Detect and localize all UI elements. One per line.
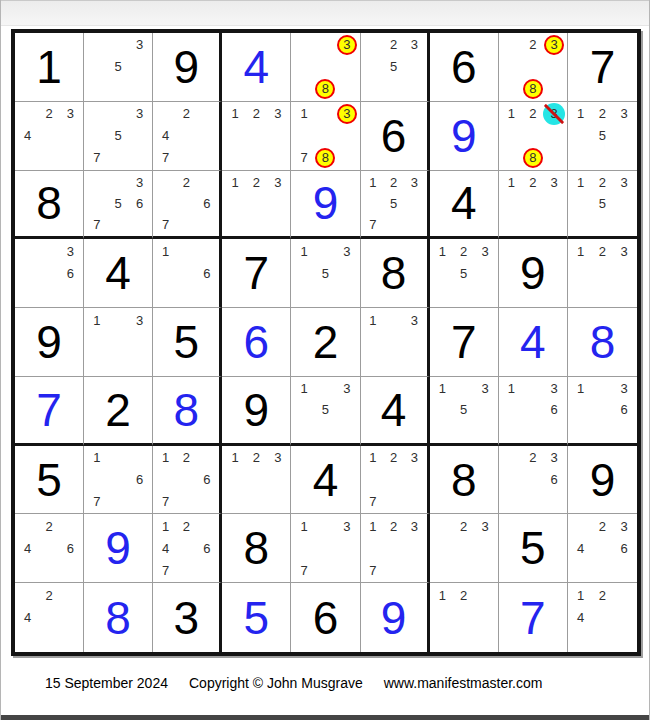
candidate-3: 3 (343, 107, 350, 120)
candidate-pos-6 (129, 125, 150, 147)
candidate-pos-6 (336, 262, 357, 284)
cell-r6c5[interactable]: 135 (291, 377, 360, 446)
candidate-grid: 357 (84, 102, 152, 170)
candidate-pos-2: 2 (522, 447, 543, 469)
candidate-2: 2 (529, 176, 536, 189)
cell-r8c7[interactable]: 23 (430, 514, 499, 583)
candidate-pos-7: 7 (86, 147, 107, 169)
cell-r5c6[interactable]: 13 (361, 308, 430, 377)
candidate-pos-3 (197, 172, 218, 193)
window-bottom-edge (1, 715, 649, 720)
candidate-pos-1 (155, 172, 176, 193)
cell-r8c4[interactable]: 8 (222, 514, 291, 583)
candidate-7: 7 (93, 495, 100, 508)
candidate-grid: 235 (361, 33, 427, 101)
candidate-pos-2: 2 (453, 515, 474, 537)
cell-r1c6[interactable]: 235 (361, 33, 430, 102)
candidate-3: 3 (136, 176, 143, 189)
candidate-pos-4 (363, 469, 384, 491)
candidate-pos-6: 6 (197, 469, 218, 491)
cell-r7c3[interactable]: 1267 (153, 446, 222, 515)
candidate-pos-5 (592, 399, 614, 420)
cell-r4c7[interactable]: 1235 (430, 239, 499, 308)
cell-r9c3[interactable]: 3 (153, 583, 222, 652)
candidate-pos-2 (453, 378, 474, 399)
candidate-pos-8 (246, 214, 267, 235)
cell-r7c4[interactable]: 123 (222, 446, 291, 515)
candidate-pos-2: 2 (176, 515, 197, 537)
candidate-3: 3 (343, 520, 350, 533)
cell-r2c6[interactable]: 6 (361, 102, 430, 171)
candidate-pos-6 (474, 399, 495, 420)
cell-r8c8[interactable]: 5 (499, 514, 568, 583)
candidate-pos-5 (522, 193, 543, 214)
candidate-pos-7 (293, 420, 314, 441)
candidate-grid: 267 (153, 171, 219, 237)
cell-r4c6[interactable]: 8 (361, 239, 430, 308)
cell-r8c1[interactable]: 246 (15, 514, 84, 583)
candidate-pos-5: 5 (453, 262, 474, 284)
candidate-pos-4 (155, 193, 176, 214)
candidate-pos-8 (38, 284, 59, 306)
candidate-7: 7 (301, 564, 308, 577)
candidate-pos-1: 1 (501, 103, 522, 125)
candidate-pos-9 (129, 214, 150, 235)
candidate-grid: 13 (84, 308, 152, 376)
given-digit: 6 (313, 595, 339, 641)
candidate-6: 6 (67, 542, 74, 555)
solved-digit: 9 (313, 180, 339, 226)
candidate-pos-4: 4 (155, 125, 176, 147)
candidate-pos-4 (501, 469, 522, 491)
candidate-grid: 123 (222, 102, 290, 170)
candidate-pos-8 (592, 214, 614, 235)
candidate-pos-6: 6 (129, 469, 150, 491)
cell-r5c1[interactable]: 9 (15, 308, 84, 377)
candidate-pos-4 (86, 56, 107, 78)
solved-digit: 8 (173, 387, 199, 433)
candidate-grid: 135 (291, 377, 359, 443)
candidate-pos-5 (522, 125, 543, 147)
candidate-pos-3 (197, 447, 218, 469)
candidate-pos-9 (404, 559, 425, 581)
candidate-pos-6: 6 (544, 399, 565, 420)
candidate-pos-6 (267, 469, 288, 491)
candidate-grid: 23 (430, 514, 498, 582)
candidate-pos-8 (176, 559, 197, 581)
candidate-pos-3: 3 (544, 172, 565, 193)
candidate-pos-2: 2 (176, 103, 197, 125)
candidate-1: 1 (508, 107, 515, 120)
candidate-pos-8 (592, 559, 614, 581)
candidate-2: 2 (599, 589, 606, 602)
candidate-1: 1 (93, 451, 100, 464)
given-digit: 5 (36, 457, 62, 503)
footer: 15 September 2024Copyright © John Musgra… (45, 675, 563, 691)
given-digit: 6 (381, 113, 407, 159)
candidate-pos-6: 6 (613, 537, 635, 559)
candidate-pos-1 (570, 515, 592, 537)
given-digit: 9 (244, 387, 270, 433)
candidate-pos-8 (592, 420, 614, 441)
candidate-grid: 1235 (568, 171, 637, 237)
candidate-grid: 1267 (153, 446, 219, 514)
cell-r4c2[interactable]: 4 (84, 239, 153, 308)
candidate-grid: 12357 (361, 171, 427, 237)
candidate-pos-3: 3 (267, 103, 288, 125)
candidate-3: 3 (136, 38, 143, 51)
cell-r6c9[interactable]: 136 (568, 377, 637, 446)
candidate-3: 3 (274, 451, 281, 464)
cell-r1c7[interactable]: 6 (430, 33, 499, 102)
candidate-pos-6: 6 (60, 262, 81, 284)
cell-r3c6[interactable]: 12357 (361, 171, 430, 240)
candidate-grid: 38 (291, 33, 359, 101)
given-digit: 8 (381, 250, 407, 296)
cell-r1c1[interactable]: 1 (15, 33, 84, 102)
candidate-1: 1 (162, 520, 169, 533)
candidate-pos-8 (315, 284, 336, 306)
candidate-pos-9 (613, 629, 635, 651)
candidate-pos-9 (474, 284, 495, 306)
cell-r8c5[interactable]: 137 (291, 514, 360, 583)
candidate-1: 1 (231, 107, 238, 120)
candidate-grid: 135 (430, 377, 498, 443)
candidate-pos-2 (315, 240, 336, 262)
cell-r3c2[interactable]: 3567 (84, 171, 153, 240)
candidate-grid: 167 (84, 446, 152, 514)
given-digit: 9 (590, 457, 616, 503)
candidate-pos-8 (176, 214, 197, 235)
cell-r7c5[interactable]: 4 (291, 446, 360, 515)
cell-r9c8[interactable]: 7 (499, 583, 568, 652)
candidate-pos-3: 3 (613, 172, 635, 193)
solved-digit: 5 (244, 595, 270, 641)
candidate-5: 5 (599, 129, 606, 142)
cell-r3c5[interactable]: 9 (291, 171, 360, 240)
candidate-pos-7 (86, 78, 107, 100)
footer-copyright: Copyright © John Musgrave (189, 675, 363, 691)
candidate-pos-8 (522, 420, 543, 441)
cell-r9c1[interactable]: 24 (15, 583, 84, 652)
candidate-grid: 35 (84, 33, 152, 101)
candidate-pos-3 (60, 584, 81, 606)
cell-r3c9[interactable]: 1235 (568, 171, 637, 240)
candidate-grid: 1237 (361, 446, 427, 514)
candidate-pos-2 (107, 447, 128, 469)
candidate-pos-9 (544, 491, 565, 513)
candidate-1: 1 (369, 451, 376, 464)
cell-r5c4[interactable]: 6 (222, 308, 291, 377)
solved-digit: 7 (520, 595, 546, 641)
cell-r3c3[interactable]: 267 (153, 171, 222, 240)
cell-r7c7[interactable]: 8 (430, 446, 499, 515)
candidate-3: 3 (411, 451, 418, 464)
cell-r8c3[interactable]: 12467 (153, 514, 222, 583)
cell-r8c2[interactable]: 9 (84, 514, 153, 583)
candidate-pos-4 (570, 125, 592, 147)
candidate-pos-5 (38, 262, 59, 284)
candidate-pos-6 (404, 56, 425, 78)
candidate-2: 2 (390, 38, 397, 51)
candidate-grid: 16 (153, 239, 219, 307)
candidate-pos-6 (404, 331, 425, 353)
cell-r9c9[interactable]: 124 (568, 583, 637, 652)
candidate-pos-1: 1 (501, 172, 522, 193)
candidate-8: 8 (322, 82, 329, 95)
candidate-pos-6 (613, 125, 635, 147)
candidate-pos-5 (176, 262, 197, 284)
cell-r8c9[interactable]: 2346 (568, 514, 637, 583)
candidate-pos-4: 4 (570, 537, 592, 559)
cell-r2c8[interactable]: 1238 (499, 102, 568, 171)
candidate-pos-1: 1 (224, 172, 245, 193)
cell-r6c7[interactable]: 135 (430, 377, 499, 446)
candidate-pos-7 (17, 284, 38, 306)
candidate-pos-6 (474, 262, 495, 284)
candidate-pos-7 (224, 491, 245, 513)
cell-r7c6[interactable]: 1237 (361, 446, 430, 515)
candidate-pos-8 (315, 559, 336, 581)
candidate-2: 2 (45, 589, 52, 602)
candidate-pos-2 (38, 240, 59, 262)
given-digit: 4 (105, 250, 131, 296)
candidate-2: 2 (45, 107, 52, 120)
cell-r4c4[interactable]: 7 (222, 239, 291, 308)
cell-r9c7[interactable]: 12 (430, 583, 499, 652)
candidate-2: 2 (183, 176, 190, 189)
cell-r5c8[interactable]: 4 (499, 308, 568, 377)
cell-r9c4[interactable]: 5 (222, 583, 291, 652)
candidate-pos-4 (501, 56, 522, 78)
candidate-pos-9 (613, 559, 635, 581)
candidate-grid: 123 (499, 171, 567, 237)
candidate-3: 3 (481, 520, 488, 533)
candidate-pos-2: 2 (246, 172, 267, 193)
candidate-pos-1 (17, 103, 38, 125)
candidate-1: 1 (301, 382, 308, 395)
candidate-pos-1: 1 (501, 378, 522, 399)
candidate-pos-3: 3 (474, 378, 495, 399)
candidate-pos-3 (197, 515, 218, 537)
candidate-4: 4 (24, 611, 31, 624)
candidate-2: 2 (529, 451, 536, 464)
cell-r3c4[interactable]: 123 (222, 171, 291, 240)
candidate-pos-8 (107, 353, 128, 375)
candidate-pos-7 (224, 147, 245, 169)
cell-r7c1[interactable]: 5 (15, 446, 84, 515)
candidate-grid: 3567 (84, 171, 152, 237)
candidate-2: 2 (390, 451, 397, 464)
candidate-pos-5 (38, 125, 59, 147)
footer-website-link[interactable]: www.manifestmaster.com (384, 675, 543, 691)
cell-r6c8[interactable]: 136 (499, 377, 568, 446)
candidate-pos-5 (315, 125, 336, 147)
candidate-2: 2 (183, 520, 190, 533)
candidate-pos-8 (38, 559, 59, 581)
cell-r1c2[interactable]: 35 (84, 33, 153, 102)
cell-r7c2[interactable]: 167 (84, 446, 153, 515)
candidate-grid: 1235 (568, 102, 637, 170)
candidate-pos-9 (129, 491, 150, 513)
candidate-pos-6 (267, 125, 288, 147)
cell-r4c8[interactable]: 9 (499, 239, 568, 308)
cell-r8c6[interactable]: 1237 (361, 514, 430, 583)
candidate-1: 1 (369, 176, 376, 189)
candidate-pos-4 (293, 399, 314, 420)
candidate-7: 7 (93, 218, 100, 231)
cell-r7c9[interactable]: 9 (568, 446, 637, 515)
candidate-pos-6 (60, 606, 81, 628)
candidate-pos-4 (432, 537, 453, 559)
candidate-pos-7 (501, 420, 522, 441)
candidate-grid: 137 (291, 514, 359, 582)
candidate-pos-2: 2 (38, 584, 59, 606)
candidate-1: 1 (301, 245, 308, 258)
candidate-1: 1 (369, 520, 376, 533)
candidate-3: 3 (67, 245, 74, 258)
candidate-pos-4 (501, 399, 522, 420)
candidate-grid: 234 (15, 102, 83, 170)
candidate-2: 2 (390, 520, 397, 533)
candidate-pos-9 (129, 147, 150, 169)
candidate-pos-5: 5 (592, 193, 614, 214)
cell-r2c7[interactable]: 9 (430, 102, 499, 171)
cell-r5c3[interactable]: 5 (153, 308, 222, 377)
cell-r4c5[interactable]: 135 (291, 239, 360, 308)
candidate-pos-8: 8 (522, 78, 543, 100)
candidate-grid: 123 (568, 239, 637, 307)
candidate-pos-7 (363, 78, 384, 100)
candidate-pos-1: 1 (224, 103, 245, 125)
candidate-pos-9 (267, 147, 288, 169)
cell-r6c2[interactable]: 2 (84, 377, 153, 446)
candidate-pos-1: 1 (570, 584, 592, 606)
candidate-5: 5 (599, 197, 606, 210)
candidate-pos-2 (315, 515, 336, 537)
cell-r5c9[interactable]: 8 (568, 308, 637, 377)
cell-r2c1[interactable]: 234 (15, 102, 84, 171)
candidate-6: 6 (67, 267, 74, 280)
candidate-pos-8 (453, 420, 474, 441)
candidate-pos-6 (336, 125, 357, 147)
candidate-pos-4 (570, 262, 592, 284)
cell-r2c5[interactable]: 1378 (291, 102, 360, 171)
candidate-pos-8 (176, 147, 197, 169)
cell-r6c4[interactable]: 9 (222, 377, 291, 446)
candidate-pos-7 (432, 284, 453, 306)
candidate-pos-6: 6 (197, 537, 218, 559)
cell-r1c3[interactable]: 9 (153, 33, 222, 102)
cell-r7c8[interactable]: 236 (499, 446, 568, 515)
cell-r3c8[interactable]: 123 (499, 171, 568, 240)
solved-digit: 9 (105, 525, 131, 571)
given-digit: 3 (173, 595, 199, 641)
cell-r2c3[interactable]: 247 (153, 102, 222, 171)
candidate-pos-6 (404, 193, 425, 214)
candidate-pos-4 (293, 262, 314, 284)
candidate-pos-5: 5 (107, 193, 128, 214)
cell-r1c9[interactable]: 7 (568, 33, 637, 102)
candidate-pos-9 (544, 214, 565, 235)
cell-r2c4[interactable]: 123 (222, 102, 291, 171)
cell-r2c2[interactable]: 357 (84, 102, 153, 171)
candidate-pos-7: 7 (155, 214, 176, 235)
candidate-1: 1 (301, 520, 308, 533)
candidate-grid: 236 (499, 446, 567, 514)
cell-r4c1[interactable]: 36 (15, 239, 84, 308)
candidate-5: 5 (115, 197, 122, 210)
candidate-pos-5 (246, 193, 267, 214)
candidate-3: 3 (621, 107, 628, 120)
candidate-pos-9 (474, 559, 495, 581)
cell-r1c4[interactable]: 4 (222, 33, 291, 102)
candidate-pos-3: 3 (544, 103, 565, 125)
candidate-7: 7 (162, 218, 169, 231)
cell-r5c5[interactable]: 2 (291, 308, 360, 377)
candidate-pos-7 (155, 284, 176, 306)
footer-date: 15 September 2024 (45, 675, 168, 691)
cell-r3c1[interactable]: 8 (15, 171, 84, 240)
candidate-grid: 136 (499, 377, 567, 443)
candidate-pos-8 (246, 147, 267, 169)
candidate-pos-3: 3 (544, 378, 565, 399)
candidate-grid: 246 (15, 514, 83, 582)
candidate-pos-3: 3 (544, 34, 565, 56)
candidate-pos-2: 2 (383, 34, 404, 56)
cell-r6c3[interactable]: 8 (153, 377, 222, 446)
cell-r9c2[interactable]: 8 (84, 583, 153, 652)
cell-r1c8[interactable]: 238 (499, 33, 568, 102)
candidate-pos-6 (267, 193, 288, 214)
cell-r1c5[interactable]: 38 (291, 33, 360, 102)
candidate-pos-3: 3 (129, 34, 150, 56)
candidate-pos-7 (363, 353, 384, 375)
candidate-3: 3 (343, 245, 350, 258)
candidate-pos-7 (17, 147, 38, 169)
cell-r9c6[interactable]: 9 (361, 583, 430, 652)
cell-r5c7[interactable]: 7 (430, 308, 499, 377)
solved-digit: 4 (520, 319, 546, 365)
candidate-6: 6 (203, 197, 210, 210)
cell-r6c1[interactable]: 7 (15, 377, 84, 446)
candidate-2: 2 (460, 589, 467, 602)
candidate-pos-2: 2 (176, 172, 197, 193)
cell-r4c3[interactable]: 16 (153, 239, 222, 308)
candidate-pos-4 (155, 262, 176, 284)
cell-r9c5[interactable]: 6 (291, 583, 360, 652)
candidate-pos-9 (197, 491, 218, 513)
candidate-pos-4 (86, 331, 107, 353)
candidate-pos-3: 3 (336, 515, 357, 537)
candidate-pos-2 (107, 34, 128, 56)
given-digit: 7 (451, 319, 477, 365)
candidate-1: 1 (439, 589, 446, 602)
candidate-3: 3 (343, 38, 350, 51)
cell-r3c7[interactable]: 4 (430, 171, 499, 240)
cell-r5c2[interactable]: 13 (84, 308, 153, 377)
candidate-pos-5 (453, 537, 474, 559)
candidate-pos-8 (107, 214, 128, 235)
cell-r2c9[interactable]: 1235 (568, 102, 637, 171)
candidate-3: 3 (67, 107, 74, 120)
candidate-pos-3: 3 (613, 103, 635, 125)
candidate-pos-7: 7 (293, 147, 314, 169)
cell-r6c6[interactable]: 4 (361, 377, 430, 446)
cell-r4c9[interactable]: 123 (568, 239, 637, 308)
candidate-pos-2: 2 (246, 103, 267, 125)
candidate-pos-6 (129, 331, 150, 353)
